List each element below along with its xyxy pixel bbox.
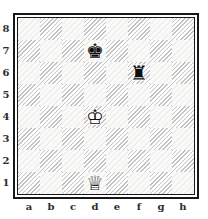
square-a1[interactable] [18, 172, 40, 194]
square-d2[interactable] [84, 150, 106, 172]
rank-label-8: 8 [0, 18, 12, 40]
square-a8[interactable] [18, 18, 40, 40]
square-f6[interactable]: ♜♜ [128, 62, 150, 84]
square-c1[interactable] [62, 172, 84, 194]
square-g7[interactable] [150, 40, 172, 62]
square-e2[interactable] [106, 150, 128, 172]
rank-labels: 87654321 [0, 18, 12, 194]
square-a5[interactable] [18, 84, 40, 106]
square-e1[interactable] [106, 172, 128, 194]
square-e4[interactable] [106, 106, 128, 128]
file-label-e: e [106, 201, 128, 213]
square-b8[interactable] [40, 18, 62, 40]
square-f8[interactable] [128, 18, 150, 40]
square-h8[interactable] [172, 18, 194, 40]
square-c4[interactable] [62, 106, 84, 128]
square-b6[interactable] [40, 62, 62, 84]
square-h1[interactable] [172, 172, 194, 194]
square-c6[interactable] [62, 62, 84, 84]
rank-label-1: 1 [0, 172, 12, 194]
square-b5[interactable] [40, 84, 62, 106]
square-c3[interactable] [62, 128, 84, 150]
rank-label-7: 7 [0, 40, 12, 62]
piece-glyph: ♔ [84, 106, 106, 128]
square-a4[interactable] [18, 106, 40, 128]
square-g4[interactable] [150, 106, 172, 128]
rank-label-2: 2 [0, 150, 12, 172]
square-e6[interactable] [106, 62, 128, 84]
square-d1[interactable]: ♛♕ [84, 172, 106, 194]
square-c5[interactable] [62, 84, 84, 106]
square-e7[interactable] [106, 40, 128, 62]
rank-label-6: 6 [0, 62, 12, 84]
square-a2[interactable] [18, 150, 40, 172]
file-label-a: a [18, 201, 40, 213]
square-f4[interactable] [128, 106, 150, 128]
file-label-c: c [62, 201, 84, 213]
file-label-f: f [128, 201, 150, 213]
square-h4[interactable] [172, 106, 194, 128]
square-a6[interactable] [18, 62, 40, 84]
piece-black-rook[interactable]: ♜♜ [128, 62, 150, 84]
piece-glyph: ♜ [128, 62, 150, 84]
board-inner-border: ♚♚♜♜♚♔♛♕ [17, 17, 195, 195]
square-b1[interactable] [40, 172, 62, 194]
square-b7[interactable] [40, 40, 62, 62]
square-g2[interactable] [150, 150, 172, 172]
piece-glyph: ♕ [84, 172, 106, 194]
square-d6[interactable] [84, 62, 106, 84]
file-label-d: d [84, 201, 106, 213]
square-d7[interactable]: ♚♚ [84, 40, 106, 62]
file-labels: abcdefgh [18, 201, 194, 213]
square-g3[interactable] [150, 128, 172, 150]
rank-label-5: 5 [0, 84, 12, 106]
square-d8[interactable] [84, 18, 106, 40]
square-c7[interactable] [62, 40, 84, 62]
file-label-g: g [150, 201, 172, 213]
piece-glyph: ♚ [84, 40, 106, 62]
square-f2[interactable] [128, 150, 150, 172]
square-f3[interactable] [128, 128, 150, 150]
square-h7[interactable] [172, 40, 194, 62]
square-b3[interactable] [40, 128, 62, 150]
piece-white-king[interactable]: ♚♔ [84, 106, 106, 128]
square-e3[interactable] [106, 128, 128, 150]
square-h6[interactable] [172, 62, 194, 84]
square-g8[interactable] [150, 18, 172, 40]
square-b2[interactable] [40, 150, 62, 172]
piece-white-queen[interactable]: ♛♕ [84, 172, 106, 194]
file-label-h: h [172, 201, 194, 213]
square-c8[interactable] [62, 18, 84, 40]
square-g1[interactable] [150, 172, 172, 194]
rank-label-4: 4 [0, 106, 12, 128]
square-g5[interactable] [150, 84, 172, 106]
square-e5[interactable] [106, 84, 128, 106]
piece-black-king[interactable]: ♚♚ [84, 40, 106, 62]
square-d5[interactable] [84, 84, 106, 106]
square-f5[interactable] [128, 84, 150, 106]
square-h2[interactable] [172, 150, 194, 172]
file-label-b: b [40, 201, 62, 213]
square-h3[interactable] [172, 128, 194, 150]
square-f1[interactable] [128, 172, 150, 194]
square-f7[interactable] [128, 40, 150, 62]
board-grid: ♚♚♜♜♚♔♛♕ [18, 18, 194, 194]
square-b4[interactable] [40, 106, 62, 128]
square-d4[interactable]: ♚♔ [84, 106, 106, 128]
square-g6[interactable] [150, 62, 172, 84]
square-a3[interactable] [18, 128, 40, 150]
square-e8[interactable] [106, 18, 128, 40]
rank-label-3: 3 [0, 128, 12, 150]
square-a7[interactable] [18, 40, 40, 62]
square-c2[interactable] [62, 150, 84, 172]
chess-board: ♚♚♜♜♚♔♛♕ [13, 13, 199, 199]
square-d3[interactable] [84, 128, 106, 150]
chess-diagram: 87654321 ♚♚♜♜♚♔♛♕ abcdefgh [0, 0, 208, 219]
square-h5[interactable] [172, 84, 194, 106]
